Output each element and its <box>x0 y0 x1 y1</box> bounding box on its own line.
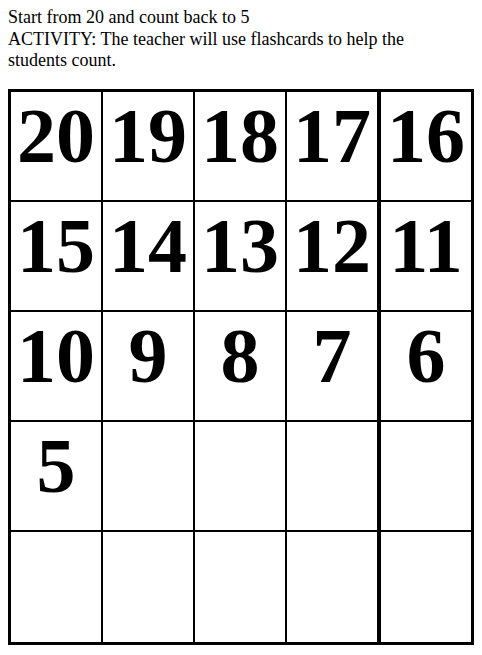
worksheet-page: Start from 20 and count back to 5 ACTIVI… <box>0 0 482 655</box>
instructions-block: Start from 20 and count back to 5 ACTIVI… <box>8 7 474 72</box>
grid-cell-r2c5: 11 <box>379 202 471 312</box>
grid-cell-r3c2: 9 <box>103 312 195 422</box>
grid-cell-r5c4 <box>287 532 379 642</box>
grid-cell-r1c3: 18 <box>195 92 287 202</box>
grid-cell-r3c5: 6 <box>379 312 471 422</box>
grid-cell-r4c5 <box>379 422 471 532</box>
grid-cell-r3c3: 8 <box>195 312 287 422</box>
grid-cell-r4c1: 5 <box>11 422 103 532</box>
grid-cell-r5c1 <box>11 532 103 642</box>
grid-cell-r4c2 <box>103 422 195 532</box>
activity-instruction-line-1: ACTIVITY: The teacher will use flashcard… <box>8 29 474 51</box>
grid-cell-r2c1: 15 <box>11 202 103 312</box>
grid-cell-r1c1: 20 <box>11 92 103 202</box>
activity-instruction-line-2: students count. <box>8 50 474 72</box>
grid-cell-r2c3: 13 <box>195 202 287 312</box>
grid-cell-r2c2: 14 <box>103 202 195 312</box>
grid-cell-r2c4: 12 <box>287 202 379 312</box>
worksheet-title: Start from 20 and count back to 5 <box>8 7 474 29</box>
grid-cell-r1c2: 19 <box>103 92 195 202</box>
grid-cell-r4c4 <box>287 422 379 532</box>
grid-cell-r4c3 <box>195 422 287 532</box>
grid-cell-r5c3 <box>195 532 287 642</box>
grid-cell-r5c2 <box>103 532 195 642</box>
grid-cell-r3c1: 10 <box>11 312 103 422</box>
number-grid: 20 19 18 17 16 15 14 13 12 11 10 9 8 7 6… <box>8 89 474 645</box>
grid-cell-r3c4: 7 <box>287 312 379 422</box>
grid-cell-r1c5: 16 <box>379 92 471 202</box>
grid-cell-r5c5 <box>379 532 471 642</box>
grid-cell-r1c4: 17 <box>287 92 379 202</box>
